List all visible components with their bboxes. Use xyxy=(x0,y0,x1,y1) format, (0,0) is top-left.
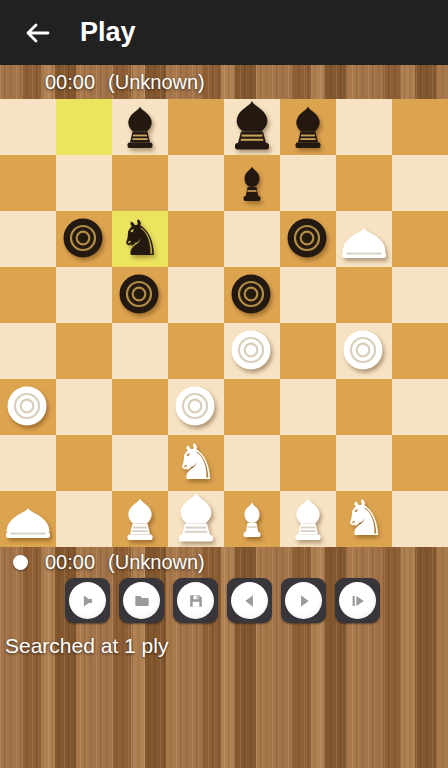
opponent-clock: 00:00 (Unknown) xyxy=(0,65,448,99)
player-clock: 00:00 (Unknown) xyxy=(0,547,448,578)
square-d2[interactable]: ♞ xyxy=(168,435,224,491)
square-d4[interactable] xyxy=(168,323,224,379)
piece-white-pawn xyxy=(224,323,280,379)
square-d8[interactable] xyxy=(168,99,224,155)
piece-black-bishop xyxy=(280,99,336,155)
square-f5[interactable] xyxy=(280,267,336,323)
square-g4[interactable] xyxy=(336,323,392,379)
square-f4[interactable] xyxy=(280,323,336,379)
square-a6[interactable] xyxy=(0,211,56,267)
square-h3[interactable] xyxy=(392,379,448,435)
square-h4[interactable] xyxy=(392,323,448,379)
square-c3[interactable] xyxy=(112,379,168,435)
square-g7[interactable] xyxy=(336,155,392,211)
square-e5[interactable] xyxy=(224,267,280,323)
piece-white-pawn xyxy=(336,323,392,379)
sound-button[interactable] xyxy=(65,578,110,623)
square-a5[interactable] xyxy=(0,267,56,323)
status-text: Searched at 1 ply xyxy=(5,634,168,658)
speaker-icon xyxy=(69,582,106,619)
piece-black-queen xyxy=(224,155,280,211)
square-a8[interactable] xyxy=(0,99,56,155)
piece-white-knight: ♞ xyxy=(336,491,392,547)
piece-black-pawn xyxy=(280,211,336,267)
piece-black-knight: ♞ xyxy=(112,211,168,267)
square-d5[interactable] xyxy=(168,267,224,323)
square-g2[interactable] xyxy=(336,435,392,491)
square-c4[interactable] xyxy=(112,323,168,379)
square-b8[interactable] xyxy=(56,99,112,155)
app-bar: Play xyxy=(0,0,448,65)
save-button[interactable] xyxy=(173,578,218,623)
square-e8[interactable] xyxy=(224,99,280,155)
square-e1[interactable] xyxy=(224,491,280,547)
board: ♞♞♞ xyxy=(0,99,448,547)
next-move-button[interactable] xyxy=(281,578,326,623)
square-f1[interactable] xyxy=(280,491,336,547)
square-b1[interactable] xyxy=(56,491,112,547)
piece-black-bishop xyxy=(112,99,168,155)
square-c5[interactable] xyxy=(112,267,168,323)
square-h2[interactable] xyxy=(392,435,448,491)
square-b4[interactable] xyxy=(56,323,112,379)
page-title: Play xyxy=(80,17,136,48)
square-a3[interactable] xyxy=(0,379,56,435)
square-g1[interactable]: ♞ xyxy=(336,491,392,547)
player-time: 00:00 xyxy=(45,551,95,574)
square-h8[interactable] xyxy=(392,99,448,155)
piece-white-king xyxy=(168,491,224,547)
square-d1[interactable] xyxy=(168,491,224,547)
piece-white-rook xyxy=(336,211,392,267)
square-e6[interactable] xyxy=(224,211,280,267)
play-to-end-button[interactable] xyxy=(335,578,380,623)
piece-black-king xyxy=(224,99,280,155)
square-f3[interactable] xyxy=(280,379,336,435)
piece-white-rook xyxy=(0,491,56,547)
piece-black-pawn xyxy=(112,267,168,323)
square-g6[interactable] xyxy=(336,211,392,267)
triangle-left-icon xyxy=(231,582,268,619)
square-a4[interactable] xyxy=(0,323,56,379)
square-h6[interactable] xyxy=(392,211,448,267)
screen: Play 00:00 (Unknown) ♞♞♞ 00:00 (Unknown)… xyxy=(0,0,448,768)
square-h5[interactable] xyxy=(392,267,448,323)
piece-black-pawn xyxy=(224,267,280,323)
square-d6[interactable] xyxy=(168,211,224,267)
open-button[interactable] xyxy=(119,578,164,623)
square-f7[interactable] xyxy=(280,155,336,211)
player-name: (Unknown) xyxy=(108,551,205,574)
piece-white-pawn xyxy=(168,379,224,435)
square-h1[interactable] xyxy=(392,491,448,547)
square-e7[interactable] xyxy=(224,155,280,211)
square-g5[interactable] xyxy=(336,267,392,323)
square-f2[interactable] xyxy=(280,435,336,491)
triangle-right-icon xyxy=(285,582,322,619)
square-g8[interactable] xyxy=(336,99,392,155)
opponent-name: (Unknown) xyxy=(108,71,205,94)
square-h7[interactable] xyxy=(392,155,448,211)
opponent-time: 00:00 xyxy=(45,71,95,94)
arrow-left-icon xyxy=(24,20,50,46)
square-a1[interactable] xyxy=(0,491,56,547)
piece-white-knight: ♞ xyxy=(168,435,224,491)
turn-indicator-white xyxy=(13,555,28,570)
square-e4[interactable] xyxy=(224,323,280,379)
square-c2[interactable] xyxy=(112,435,168,491)
square-a7[interactable] xyxy=(0,155,56,211)
square-e3[interactable] xyxy=(224,379,280,435)
piece-white-bishop xyxy=(112,491,168,547)
square-f6[interactable] xyxy=(280,211,336,267)
controls-bar xyxy=(65,578,380,623)
square-f8[interactable] xyxy=(280,99,336,155)
square-b3[interactable] xyxy=(56,379,112,435)
square-b6[interactable] xyxy=(56,211,112,267)
piece-white-bishop xyxy=(280,491,336,547)
square-b2[interactable] xyxy=(56,435,112,491)
back-button[interactable] xyxy=(12,9,62,57)
square-b7[interactable] xyxy=(56,155,112,211)
previous-move-button[interactable] xyxy=(227,578,272,623)
square-d3[interactable] xyxy=(168,379,224,435)
square-c6[interactable]: ♞ xyxy=(112,211,168,267)
square-a2[interactable] xyxy=(0,435,56,491)
piece-white-pawn xyxy=(0,379,56,435)
square-g3[interactable] xyxy=(336,379,392,435)
square-c1[interactable] xyxy=(112,491,168,547)
skip-forward-icon xyxy=(339,582,376,619)
folder-icon xyxy=(123,582,160,619)
square-c8[interactable] xyxy=(112,99,168,155)
floppy-disk-icon xyxy=(177,582,214,619)
square-e2[interactable] xyxy=(224,435,280,491)
square-c7[interactable] xyxy=(112,155,168,211)
piece-black-pawn xyxy=(56,211,112,267)
square-d7[interactable] xyxy=(168,155,224,211)
piece-white-queen xyxy=(224,491,280,547)
square-b5[interactable] xyxy=(56,267,112,323)
